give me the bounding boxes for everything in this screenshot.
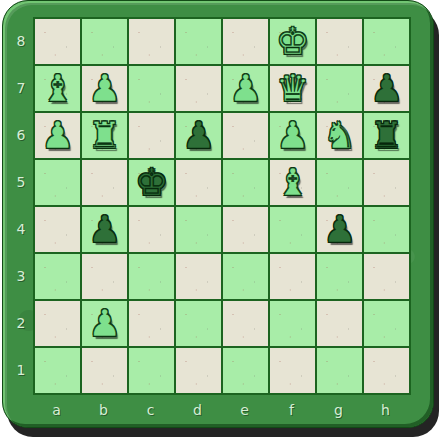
square-h3[interactable] [364, 254, 409, 299]
rank-labels: 87654321 [11, 17, 31, 393]
square-d5[interactable] [176, 160, 221, 205]
square-a3[interactable] [35, 254, 80, 299]
square-f2[interactable] [270, 301, 315, 346]
piece-white-knight[interactable]: ♞ [323, 113, 356, 158]
rank-label-6: 6 [11, 111, 31, 158]
file-label-d: d [174, 397, 221, 423]
square-c4[interactable] [129, 207, 174, 252]
square-h5[interactable] [364, 160, 409, 205]
square-g3[interactable] [317, 254, 362, 299]
file-label-h: h [362, 397, 409, 423]
square-d2[interactable] [176, 301, 221, 346]
file-label-a: a [33, 397, 80, 423]
square-c8[interactable] [129, 19, 174, 64]
square-c6[interactable] [129, 113, 174, 158]
square-b1[interactable] [82, 348, 127, 393]
square-h7[interactable]: ♟ [364, 66, 409, 111]
square-g5[interactable] [317, 160, 362, 205]
square-c2[interactable] [129, 301, 174, 346]
piece-white-bishop[interactable]: ♝ [41, 66, 74, 111]
square-g1[interactable] [317, 348, 362, 393]
square-e7[interactable]: ♟ [223, 66, 268, 111]
square-a2[interactable] [35, 301, 80, 346]
square-e5[interactable] [223, 160, 268, 205]
square-h8[interactable] [364, 19, 409, 64]
square-d8[interactable] [176, 19, 221, 64]
piece-white-queen[interactable]: ♛ [276, 66, 309, 111]
square-b3[interactable] [82, 254, 127, 299]
square-e1[interactable] [223, 348, 268, 393]
square-a7[interactable]: ♝ [35, 66, 80, 111]
rank-label-7: 7 [11, 64, 31, 111]
square-h4[interactable] [364, 207, 409, 252]
piece-white-king[interactable]: ♚ [276, 19, 309, 64]
square-b4[interactable]: ♟ [82, 207, 127, 252]
square-b5[interactable] [82, 160, 127, 205]
piece-white-pawn[interactable]: ♟ [229, 66, 262, 111]
piece-white-pawn[interactable]: ♟ [41, 113, 74, 158]
file-label-c: c [127, 397, 174, 423]
file-label-g: g [315, 397, 362, 423]
square-a6[interactable]: ♟ [35, 113, 80, 158]
square-d6[interactable]: ♟ [176, 113, 221, 158]
square-h2[interactable] [364, 301, 409, 346]
file-label-e: e [221, 397, 268, 423]
square-g2[interactable] [317, 301, 362, 346]
square-e2[interactable] [223, 301, 268, 346]
square-e6[interactable] [223, 113, 268, 158]
square-f7[interactable]: ♛ [270, 66, 315, 111]
piece-black-pawn[interactable]: ♟ [370, 66, 403, 111]
square-c1[interactable] [129, 348, 174, 393]
file-label-b: b [80, 397, 127, 423]
square-f1[interactable] [270, 348, 315, 393]
piece-white-bishop[interactable]: ♝ [276, 160, 309, 205]
square-f5[interactable]: ♝ [270, 160, 315, 205]
square-e3[interactable] [223, 254, 268, 299]
square-b6[interactable]: ♜ [82, 113, 127, 158]
square-f8[interactable]: ♚ [270, 19, 315, 64]
piece-black-king[interactable]: ♚ [135, 160, 168, 205]
square-c5[interactable]: ♚ [129, 160, 174, 205]
rank-label-4: 4 [11, 205, 31, 252]
chess-board: ♚♝♟♟♛♟♟♜♟♟♞♜♚♝♟♟♟ [33, 17, 411, 395]
piece-black-pawn[interactable]: ♟ [323, 207, 356, 252]
square-e4[interactable] [223, 207, 268, 252]
square-b7[interactable]: ♟ [82, 66, 127, 111]
square-f3[interactable] [270, 254, 315, 299]
rank-label-5: 5 [11, 158, 31, 205]
square-a1[interactable] [35, 348, 80, 393]
square-g8[interactable] [317, 19, 362, 64]
rank-label-8: 8 [11, 17, 31, 64]
square-e8[interactable] [223, 19, 268, 64]
square-d4[interactable] [176, 207, 221, 252]
piece-black-pawn[interactable]: ♟ [182, 113, 215, 158]
piece-white-pawn[interactable]: ♟ [88, 66, 121, 111]
board-frame: 87654321 abcdefgh ♚♝♟♟♛♟♟♜♟♟♞♜♚♝♟♟♟ [2, 0, 434, 428]
square-a5[interactable] [35, 160, 80, 205]
square-c7[interactable] [129, 66, 174, 111]
square-b2[interactable]: ♟ [82, 301, 127, 346]
square-c3[interactable] [129, 254, 174, 299]
file-labels: abcdefgh [33, 397, 409, 423]
square-a8[interactable] [35, 19, 80, 64]
piece-white-pawn[interactable]: ♟ [276, 113, 309, 158]
piece-black-rook[interactable]: ♜ [370, 113, 403, 158]
rank-label-1: 1 [11, 346, 31, 393]
file-label-f: f [268, 397, 315, 423]
piece-white-rook[interactable]: ♜ [88, 113, 121, 158]
rank-label-2: 2 [11, 299, 31, 346]
square-a4[interactable] [35, 207, 80, 252]
square-g4[interactable]: ♟ [317, 207, 362, 252]
chess-app-window: 87654321 abcdefgh ♚♝♟♟♛♟♟♜♟♟♞♜♚♝♟♟♟ [0, 0, 444, 442]
piece-white-pawn[interactable]: ♟ [88, 301, 121, 346]
square-g6[interactable]: ♞ [317, 113, 362, 158]
square-d3[interactable] [176, 254, 221, 299]
square-h1[interactable] [364, 348, 409, 393]
piece-black-pawn[interactable]: ♟ [88, 207, 121, 252]
rank-label-3: 3 [11, 252, 31, 299]
square-f4[interactable] [270, 207, 315, 252]
square-b8[interactable] [82, 19, 127, 64]
square-d1[interactable] [176, 348, 221, 393]
square-d7[interactable] [176, 66, 221, 111]
square-f6[interactable]: ♟ [270, 113, 315, 158]
square-h6[interactable]: ♜ [364, 113, 409, 158]
square-g7[interactable] [317, 66, 362, 111]
